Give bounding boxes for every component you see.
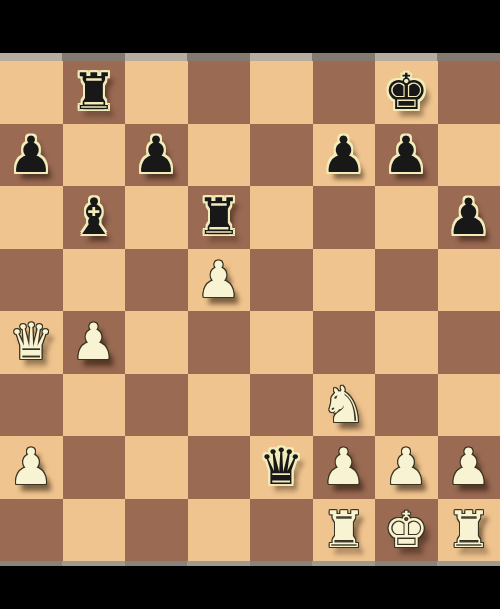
piece-white-king[interactable]: ♚ bbox=[375, 499, 438, 562]
square-f2[interactable]: ♟ bbox=[313, 436, 376, 499]
square-c1[interactable] bbox=[125, 499, 188, 562]
square-b8[interactable]: ♜ bbox=[63, 61, 126, 124]
square-d5[interactable]: ♟ bbox=[188, 249, 251, 312]
square-g5[interactable] bbox=[375, 249, 438, 312]
piece-black-pawn[interactable]: ♟ bbox=[438, 186, 500, 249]
square-g6[interactable] bbox=[375, 186, 438, 249]
square-g7[interactable]: ♟ bbox=[375, 124, 438, 187]
square-a8[interactable] bbox=[0, 61, 63, 124]
square-f7[interactable]: ♟ bbox=[313, 124, 376, 187]
square-g3[interactable] bbox=[375, 374, 438, 437]
square-e5[interactable] bbox=[250, 249, 313, 312]
square-b5[interactable] bbox=[63, 249, 126, 312]
piece-white-pawn[interactable]: ♟ bbox=[313, 436, 376, 499]
square-b7[interactable] bbox=[63, 124, 126, 187]
square-c3[interactable] bbox=[125, 374, 188, 437]
square-a2[interactable]: ♟ bbox=[0, 436, 63, 499]
piece-white-pawn[interactable]: ♟ bbox=[63, 311, 126, 374]
square-f8[interactable] bbox=[313, 61, 376, 124]
square-e6[interactable] bbox=[250, 186, 313, 249]
square-b6[interactable]: ♝ bbox=[63, 186, 126, 249]
square-f1[interactable]: ♜ bbox=[313, 499, 376, 562]
piece-black-rook[interactable]: ♜ bbox=[188, 186, 251, 249]
square-d7[interactable] bbox=[188, 124, 251, 187]
piece-black-king[interactable]: ♚ bbox=[375, 61, 438, 124]
square-b4[interactable]: ♟ bbox=[63, 311, 126, 374]
square-c6[interactable] bbox=[125, 186, 188, 249]
piece-white-pawn[interactable]: ♟ bbox=[375, 436, 438, 499]
square-e7[interactable] bbox=[250, 124, 313, 187]
square-g2[interactable]: ♟ bbox=[375, 436, 438, 499]
square-c5[interactable] bbox=[125, 249, 188, 312]
square-a6[interactable] bbox=[0, 186, 63, 249]
square-e1[interactable] bbox=[250, 499, 313, 562]
square-d8[interactable] bbox=[188, 61, 251, 124]
square-c4[interactable] bbox=[125, 311, 188, 374]
square-d1[interactable] bbox=[188, 499, 251, 562]
square-f4[interactable] bbox=[313, 311, 376, 374]
square-h6[interactable]: ♟ bbox=[438, 186, 500, 249]
square-h4[interactable] bbox=[438, 311, 500, 374]
square-c2[interactable] bbox=[125, 436, 188, 499]
square-a4[interactable]: ♛ bbox=[0, 311, 63, 374]
piece-black-pawn[interactable]: ♟ bbox=[0, 124, 63, 187]
square-c7[interactable]: ♟ bbox=[125, 124, 188, 187]
square-g1[interactable]: ♚ bbox=[375, 499, 438, 562]
square-h7[interactable] bbox=[438, 124, 500, 187]
piece-white-pawn[interactable]: ♟ bbox=[0, 436, 63, 499]
piece-black-pawn[interactable]: ♟ bbox=[313, 124, 376, 187]
piece-white-rook[interactable]: ♜ bbox=[438, 499, 500, 562]
square-f5[interactable] bbox=[313, 249, 376, 312]
square-d6[interactable]: ♜ bbox=[188, 186, 251, 249]
square-c8[interactable] bbox=[125, 61, 188, 124]
square-d3[interactable] bbox=[188, 374, 251, 437]
square-f6[interactable] bbox=[313, 186, 376, 249]
piece-white-knight[interactable]: ♞ bbox=[313, 374, 376, 437]
square-h2[interactable]: ♟ bbox=[438, 436, 500, 499]
square-e2[interactable]: ♛ bbox=[250, 436, 313, 499]
square-e3[interactable] bbox=[250, 374, 313, 437]
piece-white-pawn[interactable]: ♟ bbox=[438, 436, 500, 499]
square-h8[interactable] bbox=[438, 61, 500, 124]
board-bottom-shadow bbox=[0, 561, 500, 566]
square-a3[interactable] bbox=[0, 374, 63, 437]
board-top-shadow bbox=[0, 53, 500, 61]
chess-board: ♜♚♟♟♟♟♝♜♟♟♛♟♞♟♛♟♟♟♜♚♜ bbox=[0, 61, 500, 561]
square-e8[interactable] bbox=[250, 61, 313, 124]
piece-black-rook[interactable]: ♜ bbox=[63, 61, 126, 124]
piece-white-rook[interactable]: ♜ bbox=[313, 499, 376, 562]
piece-white-pawn[interactable]: ♟ bbox=[188, 249, 251, 312]
square-g4[interactable] bbox=[375, 311, 438, 374]
square-h3[interactable] bbox=[438, 374, 500, 437]
chess-app-screen: ♜♚♟♟♟♟♝♜♟♟♛♟♞♟♛♟♟♟♜♚♜ bbox=[0, 0, 500, 609]
square-h1[interactable]: ♜ bbox=[438, 499, 500, 562]
square-d4[interactable] bbox=[188, 311, 251, 374]
piece-black-bishop[interactable]: ♝ bbox=[63, 186, 126, 249]
square-b3[interactable] bbox=[63, 374, 126, 437]
piece-black-queen[interactable]: ♛ bbox=[250, 436, 313, 499]
square-a5[interactable] bbox=[0, 249, 63, 312]
square-b1[interactable] bbox=[63, 499, 126, 562]
square-f3[interactable]: ♞ bbox=[313, 374, 376, 437]
piece-black-pawn[interactable]: ♟ bbox=[375, 124, 438, 187]
square-e4[interactable] bbox=[250, 311, 313, 374]
square-b2[interactable] bbox=[63, 436, 126, 499]
square-h5[interactable] bbox=[438, 249, 500, 312]
piece-black-pawn[interactable]: ♟ bbox=[125, 124, 188, 187]
piece-white-queen[interactable]: ♛ bbox=[0, 311, 63, 374]
square-a7[interactable]: ♟ bbox=[0, 124, 63, 187]
square-a1[interactable] bbox=[0, 499, 63, 562]
square-d2[interactable] bbox=[188, 436, 251, 499]
square-g8[interactable]: ♚ bbox=[375, 61, 438, 124]
